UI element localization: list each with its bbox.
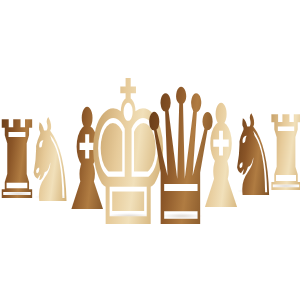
chess-pieces-photo: ♜ ♞ ♝ ♚ ♛ ♝ ♞ ♜ bbox=[0, 0, 300, 300]
light-rook-piece: ♜ bbox=[263, 102, 300, 206]
